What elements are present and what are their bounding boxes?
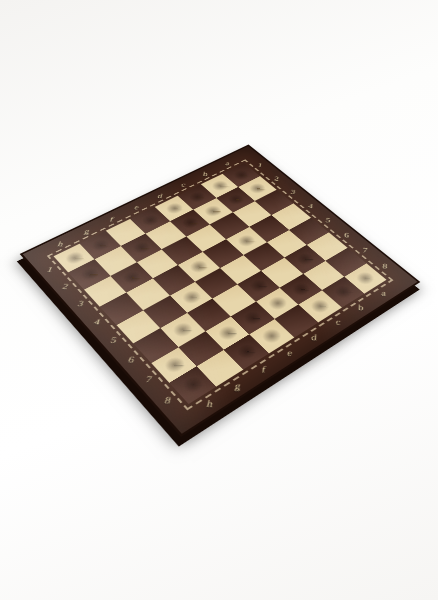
black-pawn-glyph: ♟ <box>293 236 322 263</box>
rank-label-4-left: 4 <box>301 197 319 216</box>
rank-label-2-left: 2 <box>267 170 285 188</box>
photo-backdrop: abcdefgh abcdefgh 87654321 87654321 ♜♞♝♚… <box>0 0 438 600</box>
black-knight-glyph: ♞ <box>175 350 218 390</box>
rank-label-5-left: 5 <box>319 211 337 231</box>
file-label-e-bottom: e <box>121 201 152 214</box>
file-label-d-bottom: d <box>145 190 176 202</box>
rank-label-8-left: 8 <box>376 256 394 278</box>
black-bishop-glyph: ♝ <box>302 271 345 311</box>
square-c4[interactable]: ♝ <box>227 227 267 255</box>
rank-label-5-right: 5 <box>101 328 127 354</box>
white-pawn-glyph: ♟ <box>120 253 150 281</box>
file-label-b-top: b <box>345 300 376 315</box>
white-pawn-glyph: ♟ <box>77 250 107 278</box>
rank-label-4-right: 4 <box>84 310 110 335</box>
white-bishop-glyph: ♝ <box>230 208 270 246</box>
file-label-h-bottom: h <box>44 237 78 251</box>
black-knight-glyph: ♞ <box>175 265 214 302</box>
white-pawn-glyph: ♟ <box>178 200 206 226</box>
file-label-g-bottom: g <box>71 225 104 238</box>
white-pawn-glyph: ♟ <box>129 224 158 251</box>
file-label-c-bottom: c <box>168 179 198 191</box>
rank-label-3-left: 3 <box>284 183 302 202</box>
black-pawn-glyph: ♟ <box>170 304 201 333</box>
black-pawn-glyph: ♟ <box>233 326 265 356</box>
file-label-a-bottom: a <box>213 158 241 169</box>
rank-label-6-left: 6 <box>337 225 355 245</box>
file-label-f-bottom: f <box>96 213 128 226</box>
file-label-b-bottom: b <box>191 168 220 180</box>
